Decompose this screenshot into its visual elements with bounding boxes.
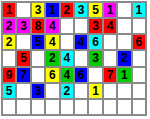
grid-cell-r3c8[interactable] [104,35,116,49]
grid-cell-r1c9[interactable] [118,3,130,17]
grid-cell-r5c3[interactable] [32,68,44,82]
grid-cell-r5c6[interactable]: 6 [75,68,87,82]
grid-cell-r3c6[interactable]: 4 [75,35,87,49]
grid-cell-r6c2[interactable] [17,84,29,98]
grid-cell-r5c5[interactable]: 4 [61,68,73,82]
grid-cell-r7c10[interactable] [133,100,145,114]
grid-cell-r7c3[interactable] [32,100,44,114]
grid-cell-r4c1[interactable] [3,51,15,65]
grid-cell-r4c5[interactable]: 4 [61,51,73,65]
grid-cell-r6c9[interactable] [118,84,130,98]
grid-cell-r2c3[interactable]: 8 [32,19,44,33]
grid-cell-r7c2[interactable] [17,100,29,114]
grid-cell-r5c2[interactable]: 7 [17,68,29,82]
grid-cell-r6c4[interactable] [46,84,58,98]
grid-cell-r5c4[interactable]: 6 [46,68,58,82]
grid-cell-r1c5[interactable]: 2 [61,3,73,17]
grid-cell-r2c1[interactable]: 2 [3,19,15,33]
grid-cell-r4c4[interactable]: 2 [46,51,58,65]
grid-cell-r1c8[interactable]: 1 [104,3,116,17]
grid-cell-r2c5[interactable] [61,19,73,33]
grid-cell-r4c10[interactable] [133,51,145,65]
grid-cell-r3c9[interactable] [118,35,130,49]
grid-cell-r2c9[interactable] [118,19,130,33]
grid-cell-r6c10[interactable] [133,84,145,98]
grid-cell-r4c3[interactable] [32,51,44,65]
grid-cell-r5c1[interactable]: 9 [3,68,15,82]
grid-cell-r6c8[interactable] [104,84,116,98]
grid-cell-r1c10[interactable]: 1 [133,3,145,17]
grid-cell-r2c4[interactable]: 4 [46,19,58,33]
grid-cell-r7c1[interactable] [3,100,15,114]
grid-cell-r7c9[interactable] [118,100,130,114]
grid-cell-r1c7[interactable]: 5 [89,3,101,17]
grid-cell-r2c6[interactable] [75,19,87,33]
grid-cell-r6c1[interactable]: 5 [3,84,15,98]
grid-cell-r2c2[interactable]: 3 [17,19,29,33]
grid-cell-r3c3[interactable]: 5 [32,35,44,49]
grid-cell-r5c10[interactable] [133,68,145,82]
grid-cell-r7c8[interactable] [104,100,116,114]
grid-cell-r4c9[interactable]: 2 [118,51,130,65]
grid-cell-r1c2[interactable] [17,3,29,17]
grid-cell-r2c7[interactable]: 3 [89,19,101,33]
grid-cell-r1c6[interactable]: 3 [75,3,87,17]
grid-cell-r4c8[interactable] [104,51,116,65]
grid-cell-r3c4[interactable]: 4 [46,35,58,49]
grid-cell-r5c8[interactable]: 7 [104,68,116,82]
grid-cell-r2c10[interactable] [133,19,145,33]
grid-cell-r5c9[interactable]: 1 [118,68,130,82]
grid-cell-r7c5[interactable] [61,100,73,114]
grid-cell-r4c6[interactable] [75,51,87,65]
grid-cell-r2c8[interactable]: 4 [104,19,116,33]
grid-cell-r7c6[interactable] [75,100,87,114]
grid-cell-r3c1[interactable]: 2 [3,35,15,49]
grid-cell-r7c4[interactable] [46,100,58,114]
grid-cell-r7c7[interactable] [89,100,101,114]
grid-cell-r1c3[interactable]: 3 [32,3,44,17]
puzzle-board: 131235112384342544665243297646715321 [1,1,147,116]
grid-cell-r3c2[interactable] [17,35,29,49]
grid-cell-r5c7[interactable] [89,68,101,82]
grid-cell-r6c5[interactable]: 2 [61,84,73,98]
grid-cell-r6c3[interactable]: 3 [32,84,44,98]
grid-cell-r1c1[interactable]: 1 [3,3,15,17]
grid-cell-r4c7[interactable]: 3 [89,51,101,65]
grid-cell-r3c5[interactable] [61,35,73,49]
grid-cell-r6c6[interactable] [75,84,87,98]
grid-cell-r1c4[interactable]: 1 [46,3,58,17]
grid-cell-r3c10[interactable]: 6 [133,35,145,49]
grid-cell-r6c7[interactable]: 1 [89,84,101,98]
grid-cell-r3c7[interactable]: 6 [89,35,101,49]
grid-cell-r4c2[interactable]: 5 [17,51,29,65]
